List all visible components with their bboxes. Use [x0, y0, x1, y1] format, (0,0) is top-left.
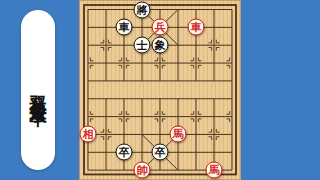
title-text: 双马车兵对车双卒 — [30, 82, 47, 98]
black-general-piece[interactable]: 將 — [134, 1, 151, 18]
black-soldier-piece[interactable]: 卒 — [152, 144, 169, 161]
title-card: 双马车兵对车双卒 — [21, 10, 55, 170]
black-soldier-piece[interactable]: 卒 — [116, 144, 133, 161]
black-chariot-piece[interactable]: 車 — [116, 19, 133, 36]
black-elephant-piece[interactable]: 象 — [152, 37, 169, 54]
red-horse-piece[interactable]: 馬 — [170, 126, 187, 143]
red-horse-piece[interactable]: 馬 — [206, 162, 223, 179]
black-advisor-piece[interactable]: 士 — [134, 37, 151, 54]
red-general-piece[interactable]: 帥 — [134, 162, 151, 179]
thumbnail-scene: 双马车兵对车双卒 將車兵車士象相馬卒卒帥馬 — [0, 0, 320, 180]
red-soldier-piece[interactable]: 兵 — [152, 19, 169, 36]
xiangqi-board[interactable]: 將車兵車士象相馬卒卒帥馬 — [79, 0, 241, 180]
red-chariot-piece[interactable]: 車 — [188, 19, 205, 36]
red-elephant-piece[interactable]: 相 — [80, 126, 97, 143]
